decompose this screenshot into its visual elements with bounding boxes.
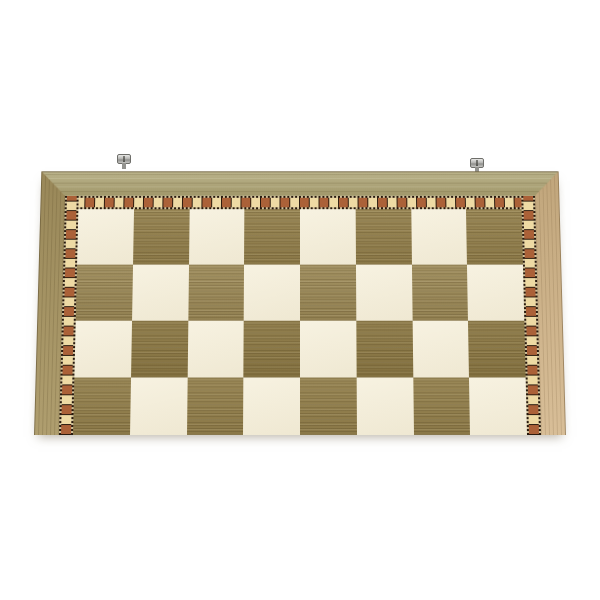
- square-b5: [130, 378, 187, 435]
- square-b8: [133, 209, 189, 264]
- square-f6: [356, 321, 413, 378]
- square-f7: [356, 265, 412, 321]
- square-h7: [467, 265, 524, 321]
- square-c7: [188, 265, 244, 321]
- square-a8: [77, 209, 134, 264]
- square-b7: [132, 265, 189, 321]
- square-e7: [300, 265, 356, 321]
- board-frame-top: [41, 171, 560, 196]
- square-a6: [74, 321, 131, 378]
- square-f8: [355, 209, 411, 264]
- square-f5: [356, 378, 413, 435]
- square-c5: [187, 378, 244, 435]
- square-e6: [300, 321, 356, 378]
- square-g5: [413, 378, 470, 435]
- square-a5: [73, 378, 131, 435]
- square-b6: [131, 321, 188, 378]
- right-hinge: [470, 158, 484, 168]
- square-d6: [244, 321, 300, 378]
- square-d5: [243, 378, 300, 435]
- square-g7: [411, 265, 468, 321]
- square-a7: [76, 265, 133, 321]
- square-h6: [468, 321, 525, 378]
- square-d8: [244, 209, 300, 264]
- square-g6: [412, 321, 469, 378]
- inlay-border-top: [65, 196, 536, 209]
- square-h5: [469, 378, 527, 435]
- product-photo: [0, 0, 600, 600]
- square-c6: [187, 321, 244, 378]
- square-g8: [411, 209, 467, 264]
- square-e8: [300, 209, 356, 264]
- square-h8: [466, 209, 523, 264]
- square-d7: [244, 265, 300, 321]
- chessboard-half: [34, 171, 566, 435]
- left-hinge: [117, 154, 131, 164]
- square-c8: [189, 209, 245, 264]
- square-e5: [300, 378, 357, 435]
- board-grid: [73, 209, 527, 435]
